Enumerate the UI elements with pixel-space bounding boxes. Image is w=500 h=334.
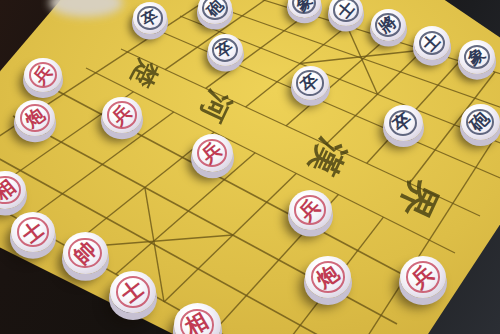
piece-black-elephant-g10[interactable]: 象 bbox=[459, 40, 495, 73]
piece-red-soldier-g4[interactable]: 兵 bbox=[289, 190, 332, 230]
pieces-layer: 象砲士卒將士卒象兵卒兵炮砲卒兵相兵士帥炮兵士相 bbox=[0, 0, 500, 334]
xiangqi-photo-scene: 楚河漢界 象砲士卒將士卒象兵卒兵炮砲卒兵相兵士帥炮兵士相 bbox=[0, 0, 500, 334]
piece-red-cannon-b3[interactable]: 炮 bbox=[15, 100, 55, 137]
piece-black-advisor-d10[interactable]: 士 bbox=[329, 0, 363, 26]
piece-red-soldier-i4[interactable]: 兵 bbox=[400, 256, 446, 298]
piece-red-soldier-e4[interactable]: 兵 bbox=[192, 134, 233, 172]
piece-red-soldier-a4[interactable]: 兵 bbox=[24, 58, 62, 93]
piece-black-soldier-g7[interactable]: 卒 bbox=[384, 105, 423, 141]
piece-black-general-e10[interactable]: 將 bbox=[371, 9, 406, 41]
piece-red-cannon-h3[interactable]: 炮 bbox=[305, 256, 351, 298]
piece-red-advisor-d1[interactable]: 士 bbox=[11, 212, 55, 252]
piece-black-soldier-e7[interactable]: 卒 bbox=[292, 66, 329, 100]
piece-black-soldier-c7[interactable]: 卒 bbox=[208, 34, 243, 66]
piece-red-soldier-c4[interactable]: 兵 bbox=[102, 97, 142, 134]
piece-black-elephant-c10[interactable]: 象 bbox=[288, 0, 321, 18]
piece-red-general-e1[interactable]: 帥 bbox=[63, 232, 108, 273]
piece-black-cannon-b8[interactable]: 砲 bbox=[198, 0, 232, 24]
piece-black-advisor-f10[interactable]: 士 bbox=[414, 26, 450, 59]
piece-black-soldier-a7[interactable]: 卒 bbox=[133, 2, 167, 33]
piece-red-elephant-g1[interactable]: 相 bbox=[174, 303, 221, 334]
piece-red-advisor-f1[interactable]: 士 bbox=[110, 271, 156, 313]
piece-black-cannon-h8[interactable]: 砲 bbox=[461, 104, 500, 140]
piece-red-elephant-c1[interactable]: 相 bbox=[0, 171, 26, 210]
